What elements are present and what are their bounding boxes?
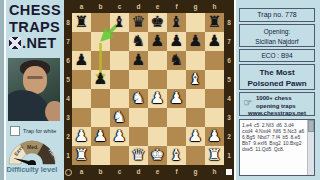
difficulty-gauge: Easy Med. Hard [6,138,58,165]
gauge-med-label: Med. [27,144,39,150]
coord-label: 6 [64,51,72,70]
photo-eyes [27,76,43,79]
black-knight[interactable]: ♞ [129,32,148,51]
coord-label: 2 [64,127,72,146]
coord-label: 8 [224,13,234,32]
promo-line1: 1000+ chess [256,95,314,103]
white-pawn[interactable]: ♟ [110,127,129,146]
white-pawn[interactable]: ♟ [148,89,167,108]
square-f7[interactable]: ♟ [167,32,186,51]
file-labels-top: abcdefgh [72,0,224,13]
moves-scrollbar-thumb[interactable] [308,120,314,132]
coord-label: c [110,0,129,13]
trap-title-line1: The Most [240,68,314,79]
coord-label: b [91,165,110,180]
coord-label: f [167,165,186,180]
square-h1[interactable]: ♜ [205,146,224,165]
coord-label: 7 [224,32,234,51]
square-d7[interactable]: ♞ [129,32,148,51]
square-e4[interactable]: ♟ [148,89,167,108]
trap-number-box: Trap no. 778 [239,8,315,22]
coord-label: 3 [224,108,234,127]
square-a2[interactable]: ♟ [72,127,91,146]
black-pawn[interactable]: ♟ [205,32,224,51]
white-pawn[interactable]: ♟ [167,89,186,108]
coord-label: b [91,0,110,13]
promo-website: www.chesstraps.net [240,110,314,118]
coord-label: 5 [64,70,72,89]
coord-label: 1 [224,146,234,165]
square-f1[interactable]: ♝ [167,146,186,165]
black-pawn[interactable]: ♟ [129,51,148,70]
logo-line1: CHESS [9,2,61,19]
square-d4[interactable]: ♞ [129,89,148,108]
square-f4[interactable]: ♟ [167,89,186,108]
black-rook[interactable]: ♜ [205,13,224,32]
black-pawn[interactable]: ♟ [148,32,167,51]
square-c2[interactable]: ♟ [110,127,129,146]
file-labels-bottom: abcdefgh [72,165,224,180]
black-queen[interactable]: ♛ [129,13,148,32]
eco-box: ECO : B94 [239,49,315,62]
square-b2[interactable]: ♟ [91,127,110,146]
coord-label: e [148,0,167,13]
coord-label: a [72,165,91,180]
coord-label: 6 [224,51,234,70]
white-pawn[interactable]: ♟ [205,127,224,146]
coord-label: 2 [224,127,234,146]
square-d6[interactable]: ♟ [129,51,148,70]
black-bishop[interactable]: ♝ [167,13,186,32]
square-h2[interactable]: ♟ [205,127,224,146]
logo-line2: TRAPS [9,19,61,36]
coord-label: d [129,165,148,180]
coord-label: 4 [64,89,72,108]
moves-scrollbar[interactable] [307,120,314,175]
coord-label: 1 [64,146,72,165]
square-a1[interactable]: ♜ [72,146,91,165]
square-e7[interactable]: ♟ [148,32,167,51]
square-f8[interactable]: ♝ [167,13,186,32]
opening-name: Sicilian Najdorf [240,37,314,47]
square-e8[interactable]: ♚ [148,13,167,32]
black-knight[interactable]: ♞ [167,51,186,70]
right-info-panel: Trap no. 778 Opening: Sicilian Najdorf E… [236,0,320,180]
square-h8[interactable]: ♜ [205,13,224,32]
white-bishop[interactable]: ♝ [186,70,205,89]
square-g2[interactable]: ♟ [186,127,205,146]
coord-label: 5 [224,70,234,89]
coord-label: 3 [64,108,72,127]
square-a6[interactable]: ♟ [72,51,91,70]
pointer-hand-icon: ☞ [240,98,256,108]
left-sidebar: CHESS TRAPS .NET Trap for white Easy Med… [0,0,64,180]
opening-box: Opening: Sicilian Najdorf [239,24,315,47]
square-g5[interactable]: ♝ [186,70,205,89]
trap-for-white-row: Trap for white [10,126,56,136]
white-pawn[interactable]: ♟ [186,127,205,146]
black-bishop[interactable]: ♝ [110,13,129,32]
trap-title-box: The Most Poisoned Pawn [239,64,315,90]
rank-labels-right: 87654321 [224,13,234,165]
white-pawn[interactable]: ♟ [72,127,91,146]
coord-label: h [205,165,224,180]
logo-x-board-icon [9,37,21,49]
logo-net: .NET [22,35,57,52]
photo-shoulder [8,90,48,121]
square-d8[interactable]: ♛ [129,13,148,32]
black-pawn[interactable]: ♟ [186,32,205,51]
square-d1[interactable]: ♛ [129,146,148,165]
white-queen[interactable]: ♛ [129,146,148,165]
white-bishop[interactable]: ♝ [167,146,186,165]
coord-label: h [205,0,224,13]
coord-label: 4 [224,89,234,108]
black-pawn[interactable]: ♟ [91,70,110,89]
square-c3[interactable]: ♞ [110,108,129,127]
promo-box: ☞ 1000+ chess opening traps www.chesstra… [239,92,315,116]
white-to-move-indicator [226,169,232,175]
trap-for-white-label: Trap for white [23,128,56,134]
video-frame: CHESS TRAPS .NET Trap for white Easy Med… [0,0,320,180]
black-king[interactable]: ♚ [148,13,167,32]
white-knight[interactable]: ♞ [129,89,148,108]
trap-title-line2: Poisoned Pawn [240,79,314,90]
black-rook[interactable]: ♜ [72,13,91,32]
moves-list-box[interactable]: 1.e4 c5 2.Nf3 d6 3.d4 cxd4 4.Nxd4 Nf6 5.… [239,119,315,176]
coord-label: 8 [64,13,72,32]
coord-label: c [110,165,129,180]
square-a8[interactable]: ♜ [72,13,91,32]
square-h7[interactable]: ♟ [205,32,224,51]
chesstraps-logo: CHESS TRAPS .NET [9,2,61,52]
square-e1[interactable]: ♚ [148,146,167,165]
coord-label: 7 [64,32,72,51]
coord-label: a [72,0,91,13]
coord-label: g [186,165,205,180]
promo-line2: opening traps [256,103,314,111]
difficulty-level-label: Difficulty level [0,165,64,174]
coord-label: e [148,165,167,180]
coord-label: f [167,0,186,13]
white-king[interactable]: ♚ [148,146,167,165]
coord-label: d [129,0,148,13]
square-b5[interactable]: ♟ [91,70,110,89]
black-pawn[interactable]: ♟ [167,32,186,51]
opening-label: Opening: [240,27,314,37]
moves-text: 1.e4 c5 2.Nf3 d6 3.d4 cxd4 4.Nxd4 Nf6 5.… [242,122,306,152]
white-rook[interactable]: ♜ [72,146,91,165]
flip-board-icon[interactable] [65,169,72,176]
white-knight[interactable]: ♞ [110,108,129,127]
white-pawn[interactable]: ♟ [91,127,110,146]
rank-labels-left: 87654321 [64,13,72,165]
square-c8[interactable]: ♝ [110,13,129,32]
square-f6[interactable]: ♞ [167,51,186,70]
square-g7[interactable]: ♟ [186,32,205,51]
presenter-photo [8,58,60,121]
trap-for-white-checkbox[interactable] [10,126,20,136]
black-pawn[interactable]: ♟ [72,51,91,70]
photo-hand [45,101,60,121]
white-rook[interactable]: ♜ [205,146,224,165]
coord-label: g [186,0,205,13]
